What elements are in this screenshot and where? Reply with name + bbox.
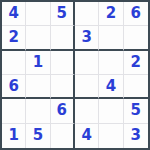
sudoku-cell-r5c2[interactable] [26,99,50,123]
sudoku-cell-r6c6[interactable]: 3 [124,124,148,148]
sudoku-cell-r6c2[interactable]: 5 [26,124,50,148]
sudoku-cell-r3c3[interactable] [51,51,75,75]
sudoku-cell-r6c3[interactable] [51,124,75,148]
sudoku-board: 4526231264651543 [0,0,150,150]
sudoku-cell-r4c5[interactable]: 4 [99,75,123,99]
sudoku-cell-r1c2[interactable] [26,2,50,26]
sudoku-cell-r2c2[interactable] [26,26,50,50]
sudoku-cell-r4c4[interactable] [75,75,99,99]
sudoku-cell-r1c1[interactable]: 4 [2,2,26,26]
sudoku-cell-r5c6[interactable]: 5 [124,99,148,123]
sudoku-cell-r5c5[interactable] [99,99,123,123]
sudoku-cell-r3c6[interactable]: 2 [124,51,148,75]
sudoku-cell-r5c3[interactable]: 6 [51,99,75,123]
sudoku-cell-r1c3[interactable]: 5 [51,2,75,26]
sudoku-cell-r1c5[interactable]: 2 [99,2,123,26]
sudoku-cell-r4c3[interactable] [51,75,75,99]
sudoku-cell-r4c6[interactable] [124,75,148,99]
sudoku-cell-r6c4[interactable]: 4 [75,124,99,148]
sudoku-cell-r3c2[interactable]: 1 [26,51,50,75]
sudoku-cell-r2c5[interactable] [99,26,123,50]
sudoku-cell-r3c5[interactable] [99,51,123,75]
sudoku-cell-r5c1[interactable] [2,99,26,123]
sudoku-cell-r1c6[interactable]: 6 [124,2,148,26]
sudoku-cell-r3c1[interactable] [2,51,26,75]
sudoku-cell-r1c4[interactable] [75,2,99,26]
sudoku-cell-r2c1[interactable]: 2 [2,26,26,50]
sudoku-cell-r6c5[interactable] [99,124,123,148]
sudoku-cell-r5c4[interactable] [75,99,99,123]
sudoku-cell-r6c1[interactable]: 1 [2,124,26,148]
sudoku-cell-r2c3[interactable] [51,26,75,50]
sudoku-cell-r3c4[interactable] [75,51,99,75]
sudoku-cell-r4c1[interactable]: 6 [2,75,26,99]
sudoku-cell-r2c4[interactable]: 3 [75,26,99,50]
sudoku-cell-r2c6[interactable] [124,26,148,50]
sudoku-cell-r4c2[interactable] [26,75,50,99]
